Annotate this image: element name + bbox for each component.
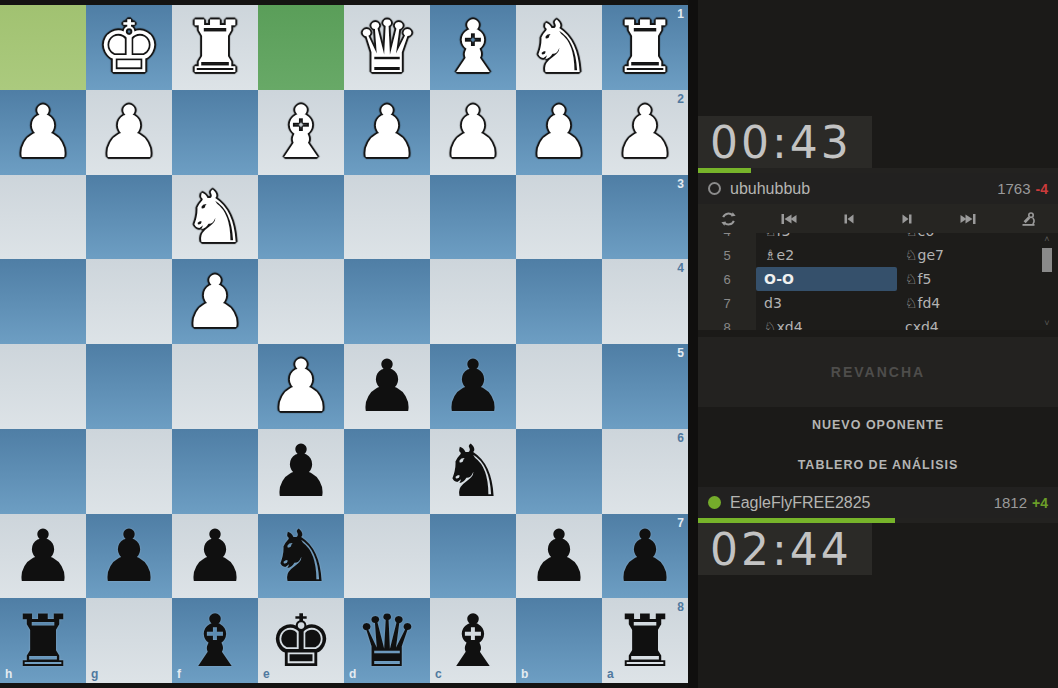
rank-label-6: 6	[677, 432, 684, 444]
move-row-8: 8♘xd4cxd4	[698, 315, 1058, 330]
analysis-board-button[interactable]: TABLERO DE ANÁLISIS	[698, 455, 1058, 475]
black-move-8[interactable]: cxd4	[897, 315, 1038, 330]
black-pawn[interactable]: ♟	[355, 350, 420, 422]
square-e5[interactable]: ♟	[258, 344, 344, 429]
black-knight[interactable]: ♞	[441, 435, 506, 507]
square-h4[interactable]	[0, 259, 86, 344]
black-pawn[interactable]: ♟	[613, 520, 678, 592]
move-navigation-bar	[698, 204, 1058, 233]
square-g8[interactable]: g	[86, 598, 172, 683]
rematch-button[interactable]: REVANCHA	[698, 337, 1058, 407]
white-pawn[interactable]: ♟	[527, 96, 592, 168]
black-pawn[interactable]: ♟	[183, 520, 248, 592]
black-move-5[interactable]: ♘ge7	[897, 243, 1038, 267]
square-g7[interactable]: ♟	[86, 514, 172, 599]
square-f8[interactable]: f♝	[172, 598, 258, 683]
move-number: 7	[698, 291, 756, 315]
square-b1[interactable]: ♞	[516, 5, 602, 90]
rank-label-7: 7	[677, 517, 684, 529]
square-f7[interactable]: ♟	[172, 514, 258, 599]
move-number: 8	[698, 315, 756, 330]
square-g6[interactable]	[86, 429, 172, 514]
black-rating-diff: +4	[1032, 495, 1048, 511]
square-f2[interactable]	[172, 90, 258, 175]
white-move-8[interactable]: ♘xd4	[756, 315, 897, 330]
square-e7[interactable]: ♞	[258, 514, 344, 599]
square-g1[interactable]: ♚	[86, 5, 172, 90]
file-label-c: c	[435, 668, 442, 680]
square-b8[interactable]: b	[516, 598, 602, 683]
white-bishop[interactable]: ♝	[269, 96, 334, 168]
file-label-e: e	[263, 668, 270, 680]
move-row-7: 7d3♘fd4	[698, 291, 1058, 315]
white-pawn[interactable]: ♟	[97, 96, 162, 168]
square-h1[interactable]	[0, 5, 86, 90]
square-h3[interactable]	[0, 175, 86, 260]
black-queen[interactable]: ♛	[355, 605, 420, 677]
file-label-f: f	[177, 668, 181, 680]
square-f5[interactable]	[172, 344, 258, 429]
cycle-icon[interactable]	[708, 207, 748, 231]
square-c7[interactable]	[430, 514, 516, 599]
black-rook[interactable]: ♜	[613, 605, 678, 677]
rank-label-5: 5	[677, 347, 684, 359]
square-e4[interactable]	[258, 259, 344, 344]
square-a6[interactable]: 6	[602, 429, 688, 514]
square-g2[interactable]: ♟	[86, 90, 172, 175]
square-d4[interactable]	[344, 259, 430, 344]
scroll-down-icon[interactable]: ˅	[1041, 319, 1053, 328]
square-e8[interactable]: e♚	[258, 598, 344, 683]
black-move-7[interactable]: ♘fd4	[897, 291, 1038, 315]
white-pawn[interactable]: ♟	[11, 96, 76, 168]
square-b5[interactable]	[516, 344, 602, 429]
square-a4[interactable]: 4	[602, 259, 688, 344]
black-player-name[interactable]: EagleFlyFREE2825	[730, 494, 871, 512]
white-rating-diff: -4	[1036, 181, 1048, 197]
offline-status-ring-icon	[708, 182, 721, 195]
white-move-5[interactable]: ♗e2	[756, 243, 897, 267]
square-c5[interactable]: ♟	[430, 344, 516, 429]
move-list-scrollbar[interactable]: ˄ ˅	[1041, 235, 1053, 328]
square-b2[interactable]: ♟	[516, 90, 602, 175]
white-king[interactable]: ♚	[97, 11, 162, 83]
black-knight[interactable]: ♞	[269, 520, 334, 592]
square-c3[interactable]	[430, 175, 516, 260]
black-player-rating: 1812	[994, 494, 1027, 511]
square-a8[interactable]: 8a♜	[602, 598, 688, 683]
white-knight[interactable]: ♞	[527, 11, 592, 83]
white-clock-time: 00:43	[710, 117, 852, 168]
move-row-5: 5♗e2♘ge7	[698, 243, 1058, 267]
black-clock-time: 02:44	[710, 524, 852, 575]
black-bishop[interactable]: ♝	[183, 605, 248, 677]
move-number: 4	[698, 233, 756, 243]
square-d5[interactable]: ♟	[344, 344, 430, 429]
square-c8[interactable]: c♝	[430, 598, 516, 683]
rank-label-3: 3	[677, 178, 684, 190]
go-back-icon[interactable]	[828, 207, 868, 231]
square-f1[interactable]: ♜	[172, 5, 258, 90]
square-e3[interactable]	[258, 175, 344, 260]
analysis-microscope-icon[interactable]	[1008, 207, 1048, 231]
white-pawn[interactable]: ♟	[441, 96, 506, 168]
rank-label-8: 8	[677, 601, 684, 613]
white-player-name[interactable]: ubuhubbub	[730, 180, 810, 198]
black-pawn[interactable]: ♟	[527, 520, 592, 592]
square-h8[interactable]: h♜	[0, 598, 86, 683]
square-a3[interactable]: 3	[602, 175, 688, 260]
move-number: 5	[698, 243, 756, 267]
white-player-clock: 00:43	[698, 116, 872, 168]
black-move-6[interactable]: ♘f5	[897, 267, 1038, 291]
panel-gutter	[688, 0, 698, 688]
new-opponent-button[interactable]: NUEVO OPONENTE	[698, 415, 1058, 435]
square-b7[interactable]: ♟	[516, 514, 602, 599]
white-rook[interactable]: ♜	[613, 11, 678, 83]
black-player-clock: 02:44	[698, 523, 872, 575]
square-d3[interactable]	[344, 175, 430, 260]
move-number: 6	[698, 267, 756, 291]
online-status-dot-icon	[708, 496, 721, 509]
square-d6[interactable]	[344, 429, 430, 514]
rank-label-1: 1	[677, 8, 684, 20]
white-move-4[interactable]: ♘f3	[756, 233, 897, 243]
white-move-6[interactable]: O-O	[756, 267, 897, 291]
black-bishop[interactable]: ♝	[441, 605, 506, 677]
square-a5[interactable]: 5	[602, 344, 688, 429]
black-king[interactable]: ♚	[269, 605, 334, 677]
white-player-rating: 1763	[997, 180, 1030, 197]
file-label-b: b	[521, 668, 528, 680]
black-player-row: EagleFlyFREE2825 1812 +4	[698, 487, 1058, 518]
square-f4[interactable]: ♟	[172, 259, 258, 344]
square-f6[interactable]	[172, 429, 258, 514]
square-b4[interactable]	[516, 259, 602, 344]
square-b6[interactable]	[516, 429, 602, 514]
square-c4[interactable]	[430, 259, 516, 344]
go-last-icon[interactable]	[948, 207, 988, 231]
white-rook[interactable]: ♜	[183, 11, 248, 83]
black-pawn[interactable]: ♟	[11, 520, 76, 592]
go-forward-icon[interactable]	[888, 207, 928, 231]
square-g3[interactable]	[86, 175, 172, 260]
scrollbar-thumb[interactable]	[1042, 248, 1052, 272]
square-a2[interactable]: 2♟	[602, 90, 688, 175]
rank-label-4: 4	[677, 262, 684, 274]
square-c1[interactable]: ♝	[430, 5, 516, 90]
white-player-row: ubuhubbub 1763 -4	[698, 173, 1058, 204]
white-pawn[interactable]: ♟	[355, 96, 420, 168]
white-pawn[interactable]: ♟	[183, 266, 248, 338]
square-e1[interactable]	[258, 5, 344, 90]
move-row-6: 6O-O♘f5	[698, 267, 1058, 291]
square-g4[interactable]	[86, 259, 172, 344]
file-label-a: a	[607, 668, 614, 680]
square-f3[interactable]: ♞	[172, 175, 258, 260]
move-row-4: 4♘f3♘c6	[698, 233, 1058, 243]
move-list[interactable]: 4♘f3♘c65♗e2♘ge76O-O♘f57d3♘fd48♘xd4cxd4 ˄…	[698, 233, 1058, 330]
scroll-up-icon[interactable]: ˄	[1041, 235, 1053, 244]
square-a7[interactable]: 7♟	[602, 514, 688, 599]
square-d8[interactable]: d♛	[344, 598, 430, 683]
file-label-h: h	[5, 668, 12, 680]
black-rook[interactable]: ♜	[11, 605, 76, 677]
chess-board[interactable]: ♚♜♛♝♞1♜♟♟♝♟♟♟2♟♞3♟4♟♟♟5♟♞6♟♟♟♞♟7♟h♜gf♝e♚…	[0, 5, 688, 683]
square-c2[interactable]: ♟	[430, 90, 516, 175]
black-move-4[interactable]: ♘c6	[897, 233, 1038, 243]
white-pawn[interactable]: ♟	[613, 96, 678, 168]
rank-label-2: 2	[677, 93, 684, 105]
square-g5[interactable]	[86, 344, 172, 429]
square-d7[interactable]	[344, 514, 430, 599]
square-d1[interactable]: ♛	[344, 5, 430, 90]
square-h6[interactable]	[0, 429, 86, 514]
square-e6[interactable]: ♟	[258, 429, 344, 514]
square-h2[interactable]: ♟	[0, 90, 86, 175]
white-queen[interactable]: ♛	[355, 11, 420, 83]
file-label-g: g	[91, 668, 98, 680]
square-c6[interactable]: ♞	[430, 429, 516, 514]
square-b3[interactable]	[516, 175, 602, 260]
white-move-7[interactable]: d3	[756, 291, 897, 315]
square-h5[interactable]	[0, 344, 86, 429]
black-pawn[interactable]: ♟	[97, 520, 162, 592]
square-h7[interactable]: ♟	[0, 514, 86, 599]
go-first-icon[interactable]	[768, 207, 808, 231]
square-e2[interactable]: ♝	[258, 90, 344, 175]
white-knight[interactable]: ♞	[183, 181, 248, 253]
game-side-panel: 00:43 ubuhubbub 1763 -4	[688, 0, 1058, 688]
black-pawn[interactable]: ♟	[269, 435, 334, 507]
white-pawn[interactable]: ♟	[269, 350, 334, 422]
file-label-d: d	[349, 668, 356, 680]
square-a1[interactable]: 1♜	[602, 5, 688, 90]
black-pawn[interactable]: ♟	[441, 350, 506, 422]
square-d2[interactable]: ♟	[344, 90, 430, 175]
white-bishop[interactable]: ♝	[441, 11, 506, 83]
